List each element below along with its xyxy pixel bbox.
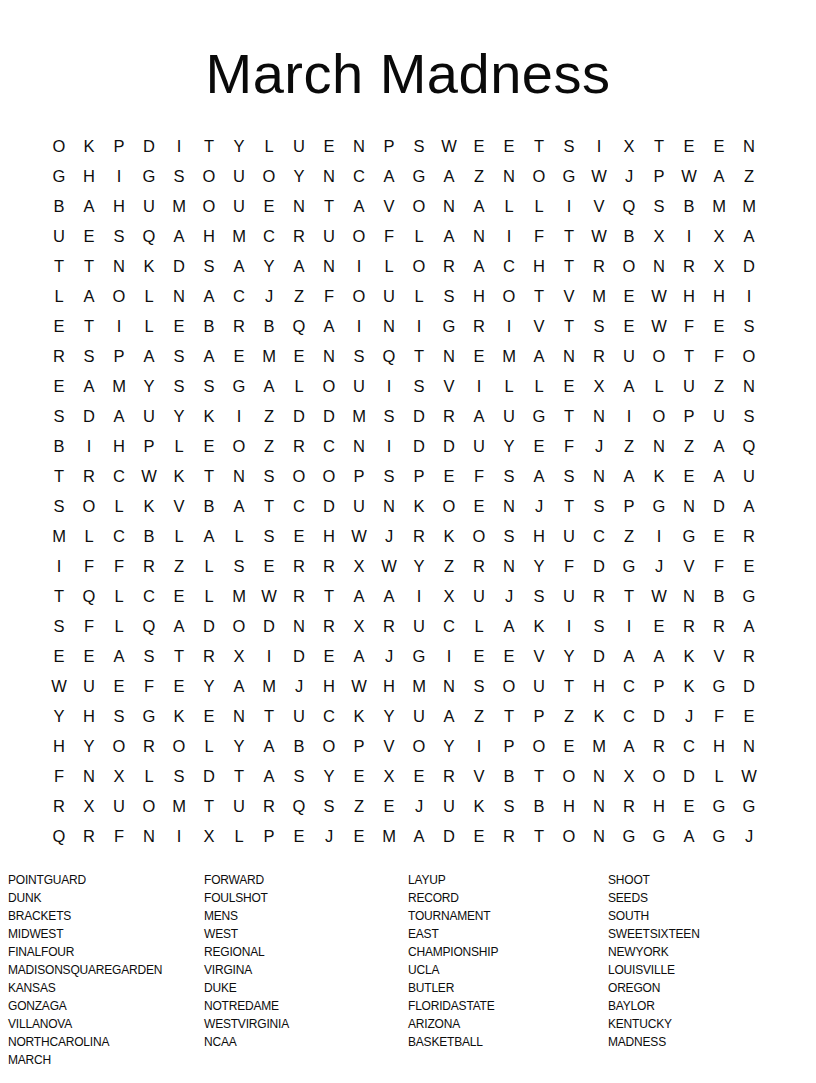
grid-cell-r9c21: L [644, 371, 674, 401]
grid-cell-r9c1: E [44, 371, 74, 401]
grid-cell-r6c23: H [704, 281, 734, 311]
grid-cell-r8c24: O [734, 341, 764, 371]
grid-cell-r2c21: P [644, 161, 674, 191]
grid-cell-r7c18: T [554, 311, 584, 341]
grid-cell-r13c7: A [224, 491, 254, 521]
grid-cell-r9c14: V [434, 371, 464, 401]
grid-cell-r8c9: E [284, 341, 314, 371]
grid-cell-r7c6: B [194, 311, 224, 341]
grid-cell-r15c10: R [314, 551, 344, 581]
grid-cell-r15c19: D [584, 551, 614, 581]
word-item: KENTUCKY [608, 1015, 808, 1033]
grid-cell-r2c8: O [254, 161, 284, 191]
grid-cell-r7c2: T [74, 311, 104, 341]
grid-cell-r1c7: Y [224, 131, 254, 161]
grid-cell-r17c16: A [494, 611, 524, 641]
grid-cell-r17c3: L [104, 611, 134, 641]
grid-cell-r13c8: T [254, 491, 284, 521]
grid-cell-r1c2: K [74, 131, 104, 161]
grid-cell-r10c10: D [314, 401, 344, 431]
word-list-column-4: SHOOTSEEDSSOUTHSWEETSIXTEENNEWYORKLOUISV… [608, 871, 808, 1051]
grid-cell-r12c8: S [254, 461, 284, 491]
grid-cell-r9c10: O [314, 371, 344, 401]
grid-cell-r9c12: I [374, 371, 404, 401]
grid-cell-r2c3: I [104, 161, 134, 191]
grid-cell-r19c14: N [434, 671, 464, 701]
grid-cell-r20c8: T [254, 701, 284, 731]
grid-cell-r8c1: R [44, 341, 74, 371]
grid-cell-r11c6: E [194, 431, 224, 461]
grid-cell-r10c9: D [284, 401, 314, 431]
grid-cell-r16c17: S [524, 581, 554, 611]
grid-cell-r23c18: H [554, 791, 584, 821]
grid-cell-r9c16: L [494, 371, 524, 401]
grid-cell-r9c11: U [344, 371, 374, 401]
grid-cell-r6c12: U [374, 281, 404, 311]
grid-cell-r2c4: G [134, 161, 164, 191]
grid-cell-r11c19: J [584, 431, 614, 461]
grid-cell-r9c3: M [104, 371, 134, 401]
grid-cell-r3c19: V [584, 191, 614, 221]
grid-cell-r19c19: H [584, 671, 614, 701]
grid-cell-r16c20: T [614, 581, 644, 611]
grid-cell-r21c7: Y [224, 731, 254, 761]
grid-cell-r15c21: J [644, 551, 674, 581]
grid-cell-r8c23: F [704, 341, 734, 371]
grid-cell-r15c14: Z [434, 551, 464, 581]
grid-cell-r15c23: F [704, 551, 734, 581]
grid-cell-r2c2: H [74, 161, 104, 191]
grid-cell-r16c16: J [494, 581, 524, 611]
grid-cell-r14c2: L [74, 521, 104, 551]
grid-cell-r23c17: B [524, 791, 554, 821]
word-item: MENS [204, 907, 408, 925]
grid-cell-r22c18: O [554, 761, 584, 791]
grid-cell-r10c8: Z [254, 401, 284, 431]
grid-cell-r5c18: T [554, 251, 584, 281]
grid-cell-r15c18: F [554, 551, 584, 581]
grid-cell-r20c23: F [704, 701, 734, 731]
grid-cell-r2c6: O [194, 161, 224, 191]
grid-cell-r24c24: J [734, 821, 764, 851]
grid-cell-r8c19: R [584, 341, 614, 371]
grid-cell-r23c13: J [404, 791, 434, 821]
grid-cell-r22c13: E [404, 761, 434, 791]
grid-cell-r8c15: E [464, 341, 494, 371]
grid-cell-r23c20: R [614, 791, 644, 821]
grid-cell-r24c12: M [374, 821, 404, 851]
grid-cell-r14c10: H [314, 521, 344, 551]
grid-cell-r18c21: A [644, 641, 674, 671]
grid-cell-r13c14: O [434, 491, 464, 521]
grid-cell-r15c1: I [44, 551, 74, 581]
grid-cell-r6c15: H [464, 281, 494, 311]
grid-cell-r1c6: T [194, 131, 224, 161]
grid-cell-r13c22: N [674, 491, 704, 521]
grid-cell-r13c23: D [704, 491, 734, 521]
grid-cell-r1c22: E [674, 131, 704, 161]
grid-cell-r9c8: A [254, 371, 284, 401]
grid-cell-r4c5: A [164, 221, 194, 251]
grid-cell-r15c2: F [74, 551, 104, 581]
grid-cell-r12c24: U [734, 461, 764, 491]
grid-cell-r21c17: O [524, 731, 554, 761]
grid-cell-r11c23: A [704, 431, 734, 461]
grid-cell-r13c1: S [44, 491, 74, 521]
word-item: OREGON [608, 979, 808, 997]
grid-cell-r4c10: U [314, 221, 344, 251]
grid-cell-r2c17: O [524, 161, 554, 191]
grid-cell-r18c3: A [104, 641, 134, 671]
grid-cell-r6c19: M [584, 281, 614, 311]
word-item: FORWARD [204, 871, 408, 889]
grid-cell-r16c10: T [314, 581, 344, 611]
grid-cell-r4c18: T [554, 221, 584, 251]
word-item: LAYUP [408, 871, 608, 889]
grid-cell-r24c4: N [134, 821, 164, 851]
grid-cell-r4c2: E [74, 221, 104, 251]
grid-cell-r23c3: U [104, 791, 134, 821]
grid-cell-r22c21: O [644, 761, 674, 791]
grid-cell-r23c15: K [464, 791, 494, 821]
grid-cell-r7c20: E [614, 311, 644, 341]
grid-cell-r4c23: X [704, 221, 734, 251]
grid-cell-r6c10: F [314, 281, 344, 311]
grid-cell-r22c11: E [344, 761, 374, 791]
grid-cell-r3c21: S [644, 191, 674, 221]
grid-cell-r2c7: U [224, 161, 254, 191]
grid-cell-r11c20: Z [614, 431, 644, 461]
grid-cell-r16c11: A [344, 581, 374, 611]
grid-cell-r15c20: G [614, 551, 644, 581]
grid-cell-r6c1: L [44, 281, 74, 311]
grid-cell-r12c23: A [704, 461, 734, 491]
grid-cell-r14c4: B [134, 521, 164, 551]
grid-cell-r2c14: A [434, 161, 464, 191]
grid-cell-r23c12: E [374, 791, 404, 821]
grid-cell-r3c4: U [134, 191, 164, 221]
grid-cell-r7c14: G [434, 311, 464, 341]
grid-cell-r18c22: K [674, 641, 704, 671]
grid-cell-r2c16: N [494, 161, 524, 191]
grid-cell-r5c20: O [614, 251, 644, 281]
grid-cell-r5c9: A [284, 251, 314, 281]
grid-cell-r14c12: J [374, 521, 404, 551]
grid-cell-r16c18: U [554, 581, 584, 611]
grid-cell-r17c6: D [194, 611, 224, 641]
grid-cell-r1c3: P [104, 131, 134, 161]
grid-cell-r5c21: N [644, 251, 674, 281]
grid-cell-r6c16: O [494, 281, 524, 311]
grid-cell-r7c11: I [344, 311, 374, 341]
word-item: MIDWEST [8, 925, 204, 943]
grid-cell-r21c11: P [344, 731, 374, 761]
grid-cell-r17c18: I [554, 611, 584, 641]
grid-cell-r2c1: G [44, 161, 74, 191]
grid-cell-r3c5: M [164, 191, 194, 221]
grid-cell-r5c23: X [704, 251, 734, 281]
grid-cell-r21c9: B [284, 731, 314, 761]
grid-cell-r19c2: U [74, 671, 104, 701]
word-search-worksheet: { "game": "word_search", "title": "March… [0, 0, 816, 1083]
grid-cell-r9c5: S [164, 371, 194, 401]
grid-cell-r1c16: E [494, 131, 524, 161]
word-item: SOUTH [608, 907, 808, 925]
grid-cell-r14c9: E [284, 521, 314, 551]
grid-cell-r17c13: U [404, 611, 434, 641]
grid-cell-r14c23: E [704, 521, 734, 551]
grid-cell-r11c2: I [74, 431, 104, 461]
grid-cell-r11c14: D [434, 431, 464, 461]
grid-cell-r2c20: J [614, 161, 644, 191]
grid-cell-r6c24: I [734, 281, 764, 311]
grid-cell-r20c18: Z [554, 701, 584, 731]
grid-cell-r20c17: P [524, 701, 554, 731]
grid-cell-r3c18: I [554, 191, 584, 221]
word-item: BAYLOR [608, 997, 808, 1015]
grid-cell-r3c17: L [524, 191, 554, 221]
grid-cell-r12c1: T [44, 461, 74, 491]
grid-cell-r3c11: A [344, 191, 374, 221]
grid-cell-r16c1: T [44, 581, 74, 611]
grid-cell-r16c9: R [284, 581, 314, 611]
grid-cell-r1c13: S [404, 131, 434, 161]
grid-cell-r7c19: S [584, 311, 614, 341]
word-item: MADISONSQUAREGARDEN [8, 961, 204, 979]
grid-cell-r8c22: T [674, 341, 704, 371]
grid-cell-r10c16: U [494, 401, 524, 431]
grid-cell-r13c17: J [524, 491, 554, 521]
grid-cell-r22c20: X [614, 761, 644, 791]
grid-cell-r6c5: N [164, 281, 194, 311]
grid-cell-r15c5: Z [164, 551, 194, 581]
grid-cell-r2c10: N [314, 161, 344, 191]
grid-cell-r19c17: U [524, 671, 554, 701]
grid-cell-r16c13: I [404, 581, 434, 611]
grid-cell-r11c11: N [344, 431, 374, 461]
grid-cell-r18c5: T [164, 641, 194, 671]
grid-cell-r13c13: K [404, 491, 434, 521]
grid-cell-r11c12: I [374, 431, 404, 461]
grid-cell-r5c2: T [74, 251, 104, 281]
grid-cell-r14c24: R [734, 521, 764, 551]
grid-cell-r16c4: C [134, 581, 164, 611]
grid-cell-r17c20: I [614, 611, 644, 641]
grid-cell-r8c3: P [104, 341, 134, 371]
grid-cell-r8c7: E [224, 341, 254, 371]
grid-cell-r17c11: X [344, 611, 374, 641]
word-item: DUKE [204, 979, 408, 997]
grid-cell-r5c17: H [524, 251, 554, 281]
grid-cell-r17c22: R [674, 611, 704, 641]
grid-cell-r8c11: S [344, 341, 374, 371]
grid-cell-r4c16: I [494, 221, 524, 251]
grid-cell-r7c9: Q [284, 311, 314, 341]
grid-cell-r24c21: G [644, 821, 674, 851]
grid-cell-r17c17: K [524, 611, 554, 641]
grid-cell-r6c20: E [614, 281, 644, 311]
grid-cell-r6c7: C [224, 281, 254, 311]
grid-cell-r14c6: A [194, 521, 224, 551]
grid-cell-r20c11: K [344, 701, 374, 731]
grid-cell-r10c14: R [434, 401, 464, 431]
grid-cell-r10c5: Y [164, 401, 194, 431]
grid-cell-r13c9: C [284, 491, 314, 521]
grid-cell-r24c7: L [224, 821, 254, 851]
grid-cell-r21c2: Y [74, 731, 104, 761]
grid-cell-r22c9: S [284, 761, 314, 791]
word-search-grid: OKPDITYLUENPSWEETSIXTEENGHIGSOUOYNCAGAZN… [44, 131, 764, 851]
word-list-column-2: FORWARDFOULSHOTMENSWESTREGIONALVIRGINADU… [204, 871, 408, 1051]
grid-cell-r24c15: E [464, 821, 494, 851]
grid-cell-r3c8: E [254, 191, 284, 221]
word-item: MARCH [8, 1051, 204, 1069]
grid-cell-r11c13: D [404, 431, 434, 461]
grid-cell-r5c4: K [134, 251, 164, 281]
grid-cell-r20c10: C [314, 701, 344, 731]
grid-cell-r12c22: E [674, 461, 704, 491]
grid-cell-r13c4: K [134, 491, 164, 521]
grid-cell-r1c23: E [704, 131, 734, 161]
grid-cell-r15c17: Y [524, 551, 554, 581]
grid-cell-r12c18: S [554, 461, 584, 491]
grid-cell-r16c24: G [734, 581, 764, 611]
grid-cell-r8c18: N [554, 341, 584, 371]
grid-cell-r1c14: W [434, 131, 464, 161]
grid-cell-r3c12: V [374, 191, 404, 221]
grid-cell-r20c9: U [284, 701, 314, 731]
grid-cell-r15c13: Y [404, 551, 434, 581]
grid-cell-r20c3: S [104, 701, 134, 731]
grid-cell-r5c1: T [44, 251, 74, 281]
grid-cell-r23c11: Z [344, 791, 374, 821]
grid-cell-r5c19: R [584, 251, 614, 281]
grid-cell-r20c22: J [674, 701, 704, 731]
grid-cell-r2c13: G [404, 161, 434, 191]
grid-cell-r18c13: G [404, 641, 434, 671]
grid-cell-r24c22: A [674, 821, 704, 851]
grid-cell-r24c1: Q [44, 821, 74, 851]
grid-cell-r12c17: A [524, 461, 554, 491]
grid-cell-r10c21: O [644, 401, 674, 431]
grid-cell-r23c6: T [194, 791, 224, 821]
word-item: EAST [408, 925, 608, 943]
grid-cell-r24c8: P [254, 821, 284, 851]
grid-cell-r6c18: V [554, 281, 584, 311]
word-list: POINTGUARDDUNKBRACKETSMIDWESTFINALFOURMA… [8, 871, 808, 1069]
grid-cell-r11c17: E [524, 431, 554, 461]
grid-cell-r14c13: R [404, 521, 434, 551]
grid-cell-r9c4: Y [134, 371, 164, 401]
word-item: KANSAS [8, 979, 204, 997]
grid-cell-r13c11: U [344, 491, 374, 521]
grid-cell-r8c14: N [434, 341, 464, 371]
grid-cell-r22c16: B [494, 761, 524, 791]
grid-cell-r17c21: E [644, 611, 674, 641]
grid-cell-r19c5: E [164, 671, 194, 701]
grid-cell-r24c17: T [524, 821, 554, 851]
grid-cell-r6c6: A [194, 281, 224, 311]
grid-cell-r2c19: W [584, 161, 614, 191]
grid-cell-r14c14: K [434, 521, 464, 551]
grid-cell-r20c20: C [614, 701, 644, 731]
grid-cell-r21c12: V [374, 731, 404, 761]
grid-cell-r22c23: L [704, 761, 734, 791]
grid-cell-r24c16: R [494, 821, 524, 851]
grid-cell-r4c14: A [434, 221, 464, 251]
grid-cell-r9c20: A [614, 371, 644, 401]
word-item: NEWYORK [608, 943, 808, 961]
word-item: WESTVIRGINIA [204, 1015, 408, 1033]
grid-cell-r10c12: S [374, 401, 404, 431]
grid-cell-r18c11: A [344, 641, 374, 671]
grid-cell-r19c12: H [374, 671, 404, 701]
grid-cell-r16c22: N [674, 581, 704, 611]
grid-cell-r10c15: A [464, 401, 494, 431]
grid-cell-r4c7: M [224, 221, 254, 251]
grid-cell-r12c3: C [104, 461, 134, 491]
grid-cell-r1c15: E [464, 131, 494, 161]
grid-cell-r13c5: V [164, 491, 194, 521]
grid-cell-r24c11: E [344, 821, 374, 851]
grid-cell-r13c6: B [194, 491, 224, 521]
grid-cell-r17c8: D [254, 611, 284, 641]
grid-cell-r22c24: W [734, 761, 764, 791]
grid-cell-r13c18: T [554, 491, 584, 521]
grid-cell-r10c1: S [44, 401, 74, 431]
grid-cell-r17c1: S [44, 611, 74, 641]
grid-cell-r8c12: Q [374, 341, 404, 371]
grid-cell-r3c14: N [434, 191, 464, 221]
grid-cell-r7c24: S [734, 311, 764, 341]
grid-cell-r10c7: I [224, 401, 254, 431]
grid-cell-r20c16: T [494, 701, 524, 731]
grid-cell-r4c3: S [104, 221, 134, 251]
grid-cell-r19c21: P [644, 671, 674, 701]
grid-cell-r19c1: W [44, 671, 74, 701]
grid-cell-r4c1: U [44, 221, 74, 251]
grid-cell-r4c19: W [584, 221, 614, 251]
grid-cell-r21c15: I [464, 731, 494, 761]
grid-cell-r5c22: R [674, 251, 704, 281]
grid-cell-r3c3: H [104, 191, 134, 221]
grid-cell-r4c20: B [614, 221, 644, 251]
grid-cell-r15c3: F [104, 551, 134, 581]
grid-cell-r1c18: S [554, 131, 584, 161]
grid-cell-r12c15: F [464, 461, 494, 491]
grid-cell-r19c13: M [404, 671, 434, 701]
grid-cell-r18c24: R [734, 641, 764, 671]
grid-cell-r9c17: L [524, 371, 554, 401]
word-item: FINALFOUR [8, 943, 204, 961]
grid-cell-r13c24: A [734, 491, 764, 521]
grid-cell-r5c12: L [374, 251, 404, 281]
grid-cell-r23c23: G [704, 791, 734, 821]
grid-cell-r15c11: X [344, 551, 374, 581]
grid-cell-r19c16: O [494, 671, 524, 701]
grid-cell-r23c22: E [674, 791, 704, 821]
grid-cell-r15c12: W [374, 551, 404, 581]
grid-cell-r6c22: H [674, 281, 704, 311]
grid-cell-r19c20: C [614, 671, 644, 701]
grid-cell-r22c7: T [224, 761, 254, 791]
grid-cell-r15c7: S [224, 551, 254, 581]
grid-cell-r3c13: O [404, 191, 434, 221]
grid-cell-r4c9: R [284, 221, 314, 251]
grid-cell-r22c3: X [104, 761, 134, 791]
grid-cell-r23c9: Q [284, 791, 314, 821]
grid-cell-r5c11: I [344, 251, 374, 281]
